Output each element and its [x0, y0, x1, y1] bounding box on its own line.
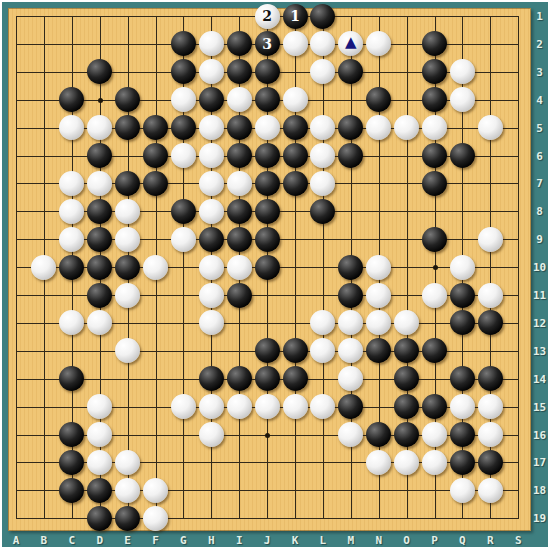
- black-stone[interactable]: [478, 366, 503, 391]
- black-stone[interactable]: [227, 227, 252, 252]
- white-stone[interactable]: [87, 422, 112, 447]
- row-label: 4: [531, 94, 548, 107]
- white-stone[interactable]: [199, 59, 224, 84]
- column-label: G: [175, 534, 191, 547]
- move-number-label: 2: [262, 9, 272, 23]
- column-label: L: [315, 534, 331, 547]
- white-stone[interactable]: [115, 450, 140, 475]
- black-stone[interactable]: [338, 59, 363, 84]
- row-label: 19: [531, 512, 548, 525]
- row-label: 1: [531, 10, 548, 23]
- star-point: [433, 265, 438, 270]
- column-label: K: [287, 534, 303, 547]
- white-stone[interactable]: [478, 115, 503, 140]
- black-stone[interactable]: 3: [255, 31, 280, 56]
- row-label: 12: [531, 317, 548, 330]
- black-stone[interactable]: [422, 227, 447, 252]
- column-label: E: [120, 534, 136, 547]
- black-stone[interactable]: [87, 227, 112, 252]
- column-label: A: [8, 534, 24, 547]
- black-stone[interactable]: [338, 143, 363, 168]
- black-stone[interactable]: [255, 255, 280, 280]
- black-stone[interactable]: [450, 366, 475, 391]
- white-stone[interactable]: [310, 338, 335, 363]
- white-stone[interactable]: [199, 255, 224, 280]
- white-stone[interactable]: [115, 227, 140, 252]
- black-stone[interactable]: [227, 143, 252, 168]
- grid-line-vertical: [518, 16, 519, 519]
- black-stone[interactable]: [422, 171, 447, 196]
- black-stone[interactable]: [115, 506, 140, 531]
- white-stone[interactable]: [478, 478, 503, 503]
- black-stone[interactable]: [227, 199, 252, 224]
- black-stone[interactable]: [59, 478, 84, 503]
- column-label: H: [203, 534, 219, 547]
- white-stone[interactable]: [87, 394, 112, 419]
- row-label: 7: [531, 177, 548, 190]
- black-stone[interactable]: [338, 283, 363, 308]
- column-label: C: [64, 534, 80, 547]
- black-stone[interactable]: [115, 171, 140, 196]
- black-stone[interactable]: [478, 450, 503, 475]
- white-stone[interactable]: [450, 255, 475, 280]
- grid-line-vertical: [323, 16, 324, 519]
- black-stone[interactable]: [87, 283, 112, 308]
- black-stone[interactable]: [422, 394, 447, 419]
- black-stone[interactable]: [450, 283, 475, 308]
- black-stone[interactable]: [227, 283, 252, 308]
- white-stone[interactable]: [199, 171, 224, 196]
- column-label: P: [427, 534, 443, 547]
- row-label: 16: [531, 429, 548, 442]
- row-label: 13: [531, 345, 548, 358]
- white-stone[interactable]: [366, 310, 391, 335]
- white-stone[interactable]: [227, 171, 252, 196]
- white-stone[interactable]: [87, 171, 112, 196]
- black-stone[interactable]: [115, 115, 140, 140]
- white-stone[interactable]: [394, 450, 419, 475]
- white-stone[interactable]: [478, 394, 503, 419]
- black-stone[interactable]: [115, 87, 140, 112]
- black-stone[interactable]: [283, 115, 308, 140]
- white-stone[interactable]: [87, 115, 112, 140]
- black-stone[interactable]: [283, 366, 308, 391]
- white-stone[interactable]: [255, 394, 280, 419]
- white-stone[interactable]: [422, 422, 447, 447]
- white-stone[interactable]: [283, 87, 308, 112]
- white-stone[interactable]: [310, 143, 335, 168]
- black-stone[interactable]: [87, 59, 112, 84]
- black-stone[interactable]: [366, 87, 391, 112]
- black-stone[interactable]: [338, 115, 363, 140]
- white-stone[interactable]: [115, 478, 140, 503]
- black-stone[interactable]: [450, 310, 475, 335]
- white-stone[interactable]: [199, 199, 224, 224]
- black-stone[interactable]: [227, 31, 252, 56]
- black-stone[interactable]: [59, 422, 84, 447]
- column-label: J: [259, 534, 275, 547]
- column-label: M: [343, 534, 359, 547]
- black-stone[interactable]: [87, 255, 112, 280]
- black-stone[interactable]: [59, 450, 84, 475]
- black-stone[interactable]: 1: [283, 4, 308, 29]
- black-stone[interactable]: [310, 199, 335, 224]
- black-stone[interactable]: [422, 59, 447, 84]
- column-label: Q: [454, 534, 470, 547]
- row-label: 15: [531, 401, 548, 414]
- row-label: 14: [531, 373, 548, 386]
- black-stone[interactable]: [255, 199, 280, 224]
- black-stone[interactable]: [283, 171, 308, 196]
- black-stone[interactable]: [394, 366, 419, 391]
- white-stone[interactable]: [366, 283, 391, 308]
- black-stone[interactable]: [422, 338, 447, 363]
- black-stone[interactable]: [255, 87, 280, 112]
- white-stone[interactable]: [310, 59, 335, 84]
- white-stone[interactable]: [227, 394, 252, 419]
- black-stone[interactable]: [87, 143, 112, 168]
- white-stone[interactable]: [171, 394, 196, 419]
- white-stone[interactable]: [422, 283, 447, 308]
- white-stone[interactable]: [59, 115, 84, 140]
- star-point: [98, 98, 103, 103]
- white-stone[interactable]: [227, 87, 252, 112]
- black-stone[interactable]: [422, 87, 447, 112]
- white-stone[interactable]: [199, 422, 224, 447]
- white-stone[interactable]: [310, 394, 335, 419]
- white-stone[interactable]: [255, 115, 280, 140]
- white-stone[interactable]: [115, 199, 140, 224]
- column-label: O: [399, 534, 415, 547]
- white-stone[interactable]: [31, 255, 56, 280]
- row-label: 17: [531, 456, 548, 469]
- black-stone[interactable]: [310, 4, 335, 29]
- black-stone[interactable]: [394, 422, 419, 447]
- column-label: R: [482, 534, 498, 547]
- white-stone[interactable]: ▲: [338, 31, 363, 56]
- row-label: 2: [531, 38, 548, 51]
- black-stone[interactable]: [394, 394, 419, 419]
- black-stone[interactable]: [283, 338, 308, 363]
- triangle-mark-icon: ▲: [345, 35, 357, 50]
- black-stone[interactable]: [255, 338, 280, 363]
- row-label: 6: [531, 150, 548, 163]
- white-stone[interactable]: [115, 338, 140, 363]
- white-stone[interactable]: [478, 283, 503, 308]
- black-stone[interactable]: [338, 255, 363, 280]
- row-label: 10: [531, 261, 548, 274]
- black-stone[interactable]: [450, 143, 475, 168]
- move-number-label: 1: [290, 9, 300, 23]
- black-stone[interactable]: [338, 394, 363, 419]
- row-label: 8: [531, 205, 548, 218]
- black-stone[interactable]: [450, 450, 475, 475]
- white-stone[interactable]: [199, 283, 224, 308]
- white-stone[interactable]: [171, 87, 196, 112]
- row-label: 11: [531, 289, 548, 302]
- white-stone[interactable]: [199, 143, 224, 168]
- black-stone[interactable]: [255, 227, 280, 252]
- white-stone[interactable]: [59, 171, 84, 196]
- black-stone[interactable]: [171, 31, 196, 56]
- black-stone[interactable]: [283, 143, 308, 168]
- column-label: F: [148, 534, 164, 547]
- column-label: I: [231, 534, 247, 547]
- black-stone[interactable]: [422, 31, 447, 56]
- column-label: B: [36, 534, 52, 547]
- black-stone[interactable]: [227, 366, 252, 391]
- white-stone[interactable]: [59, 227, 84, 252]
- white-stone[interactable]: [87, 450, 112, 475]
- white-stone[interactable]: [366, 450, 391, 475]
- black-stone[interactable]: [450, 422, 475, 447]
- white-stone[interactable]: [171, 143, 196, 168]
- white-stone[interactable]: [310, 310, 335, 335]
- black-stone[interactable]: [115, 255, 140, 280]
- white-stone[interactable]: [227, 255, 252, 280]
- black-stone[interactable]: [199, 366, 224, 391]
- white-stone[interactable]: [394, 115, 419, 140]
- white-stone[interactable]: [87, 310, 112, 335]
- white-stone[interactable]: [450, 87, 475, 112]
- white-stone[interactable]: [143, 506, 168, 531]
- white-stone[interactable]: [143, 255, 168, 280]
- white-stone[interactable]: [310, 31, 335, 56]
- go-board[interactable]: 213▲: [8, 8, 531, 531]
- black-stone[interactable]: [227, 115, 252, 140]
- white-stone[interactable]: [478, 227, 503, 252]
- white-stone[interactable]: [310, 115, 335, 140]
- white-stone[interactable]: [283, 394, 308, 419]
- black-stone[interactable]: [255, 171, 280, 196]
- white-stone[interactable]: [115, 283, 140, 308]
- black-stone[interactable]: [171, 199, 196, 224]
- black-stone[interactable]: [59, 255, 84, 280]
- black-stone[interactable]: [255, 143, 280, 168]
- black-stone[interactable]: [143, 115, 168, 140]
- row-label: 18: [531, 484, 548, 497]
- black-stone[interactable]: [143, 143, 168, 168]
- black-stone[interactable]: [227, 59, 252, 84]
- black-stone[interactable]: [255, 59, 280, 84]
- row-label: 9: [531, 233, 548, 246]
- black-stone[interactable]: [199, 87, 224, 112]
- black-stone[interactable]: [199, 227, 224, 252]
- white-stone[interactable]: [450, 59, 475, 84]
- black-stone[interactable]: [478, 310, 503, 335]
- column-label: S: [510, 534, 526, 547]
- row-label: 3: [531, 66, 548, 79]
- white-stone[interactable]: [59, 199, 84, 224]
- black-stone[interactable]: [87, 506, 112, 531]
- white-stone[interactable]: [422, 115, 447, 140]
- black-stone[interactable]: [366, 422, 391, 447]
- white-stone[interactable]: [199, 31, 224, 56]
- move-number-label: 3: [262, 37, 272, 51]
- row-label: 5: [531, 122, 548, 135]
- black-stone[interactable]: [143, 171, 168, 196]
- white-stone[interactable]: [478, 422, 503, 447]
- white-stone[interactable]: [450, 394, 475, 419]
- white-stone[interactable]: [199, 394, 224, 419]
- black-stone[interactable]: [59, 366, 84, 391]
- white-stone[interactable]: 2: [255, 4, 280, 29]
- white-stone[interactable]: [338, 422, 363, 447]
- white-stone[interactable]: [283, 31, 308, 56]
- black-stone[interactable]: [171, 115, 196, 140]
- black-stone[interactable]: [171, 59, 196, 84]
- white-stone[interactable]: [366, 31, 391, 56]
- white-stone[interactable]: [450, 478, 475, 503]
- white-stone[interactable]: [338, 310, 363, 335]
- white-stone[interactable]: [338, 338, 363, 363]
- white-stone[interactable]: [171, 227, 196, 252]
- black-stone[interactable]: [422, 143, 447, 168]
- black-stone[interactable]: [59, 87, 84, 112]
- go-app-window: 213▲ ABCDEFGHIJKLMNOPQRS 123456789101112…: [0, 0, 550, 549]
- column-label: D: [92, 534, 108, 547]
- white-stone[interactable]: [199, 310, 224, 335]
- white-stone[interactable]: [366, 115, 391, 140]
- black-stone[interactable]: [394, 338, 419, 363]
- white-stone[interactable]: [338, 366, 363, 391]
- white-stone[interactable]: [310, 171, 335, 196]
- black-stone[interactable]: [87, 478, 112, 503]
- white-stone[interactable]: [199, 115, 224, 140]
- star-point: [265, 433, 270, 438]
- white-stone[interactable]: [422, 450, 447, 475]
- white-stone[interactable]: [143, 478, 168, 503]
- white-stone[interactable]: [366, 255, 391, 280]
- white-stone[interactable]: [59, 310, 84, 335]
- black-stone[interactable]: [87, 199, 112, 224]
- column-label: N: [371, 534, 387, 547]
- black-stone[interactable]: [255, 366, 280, 391]
- black-stone[interactable]: [366, 338, 391, 363]
- white-stone[interactable]: [394, 310, 419, 335]
